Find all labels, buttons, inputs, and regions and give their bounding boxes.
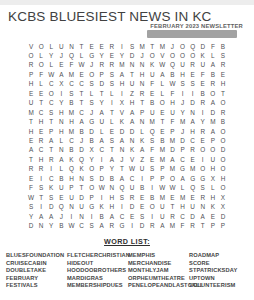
grid-cell: T [218,89,228,98]
word-list-item: MEMPHIS [128,252,189,260]
grid-cell: Y [198,118,208,127]
grid-cell: B [198,89,208,98]
grid-cell: E [147,155,157,164]
grid-cell: N [137,80,147,89]
grid-cell: C [97,146,107,155]
grid-cell: M [157,146,167,155]
grid-cell: S [107,70,117,79]
grid-cell: C [46,174,56,183]
grid-cell: R [198,127,208,136]
grid-cell: C [127,174,137,183]
grid-cell: J [137,51,147,60]
grid-cell: R [137,89,147,98]
grid-cell: O [36,42,46,51]
grid-cell: R [107,61,117,70]
grid-cell: S [36,184,46,193]
grid-cell: H [56,127,66,136]
grid-cell: B [147,193,157,202]
grid-cell: Y [26,212,36,221]
grid-cell: U [188,203,198,212]
grid-cell: C [66,80,76,89]
grid-cell: S [198,184,208,193]
grid-cell: R [107,42,117,51]
grid-cell: H [208,165,218,174]
subtitle-divider-bar [147,30,237,38]
grid-cell: U [198,61,208,70]
grid-cell: C [77,108,87,117]
grid-cell: C [77,80,87,89]
grid-cell: P [87,193,97,202]
grid-cell: O [198,146,208,155]
grid-cell: R [36,165,46,174]
grid-cell: O [87,184,97,193]
grid-cell: S [46,193,56,202]
grid-cell: M [66,108,76,117]
grid-cell: P [97,70,107,79]
grid-cell: Y [87,155,97,164]
letter-grid: VOLUNTEERISMTMJOQDFBOLYJQLGYEYDJOVOOOKLS… [26,42,228,231]
grid-cell: P [97,165,107,174]
grid-cell: M [137,42,147,51]
grid-cell: F [147,80,157,89]
grid-cell: U [137,165,147,174]
grid-cell: B [147,99,157,108]
grid-cell: R [188,146,198,155]
word-list-item: VOLUNTEERISM [189,282,237,290]
grid-cell: Z [127,89,137,98]
grid-cell: E [137,203,147,212]
grid-cell: X [218,193,228,202]
grid-cell: A [157,222,167,231]
grid-cell: C [36,146,46,155]
grid-cell: I [97,193,107,202]
grid-cell: K [198,51,208,60]
grid-cell: H [127,99,137,108]
grid-cell: S [87,80,97,89]
grid-cell: B [218,118,228,127]
grid-cell: Q [56,203,66,212]
grid-cell: H [26,80,36,89]
grid-cell: E [167,193,177,202]
grid-cell: T [147,42,157,51]
grid-cell: A [127,118,137,127]
grid-cell: O [147,51,157,60]
word-list-column: BLUESFOUNDATIONCRUISECABINDOUBLETAKEFEBR… [6,252,67,290]
grid-cell: A [167,155,177,164]
grid-cell: V [117,108,127,117]
grid-cell: L [157,80,167,89]
grid-cell: T [107,146,117,155]
grid-cell: T [77,184,87,193]
grid-cell: R [198,193,208,202]
grid-cell: O [157,99,167,108]
grid-cell: F [167,118,177,127]
grid-cell: H [36,118,46,127]
grid-cell: A [26,146,36,155]
word-list-item: HIDEOUT [67,260,128,268]
grid-cell: L [46,61,56,70]
grid-cell: R [188,222,198,231]
grid-cell: E [137,193,147,202]
grid-cell: R [127,193,137,202]
grid-cell: P [157,174,167,183]
grid-cell: B [157,136,167,145]
grid-cell: I [137,174,147,183]
grid-cell: I [117,89,127,98]
grid-cell: C [36,108,46,117]
grid-cell: S [117,193,127,202]
grid-cell: D [208,108,218,117]
grid-cell: N [66,203,76,212]
grid-cell: H [66,118,76,127]
grid-cell: M [167,136,177,145]
grid-cell: F [66,61,76,70]
grid-cell: E [218,70,228,79]
word-list: BLUESFOUNDATIONCRUISECABINDOUBLETAKEFEBR… [6,252,252,290]
grid-cell: B [208,70,218,79]
grid-cell: F [178,222,188,231]
word-list-item: UPTOWN [189,275,237,283]
grid-cell: D [218,146,228,155]
grid-cell: N [127,136,137,145]
grid-cell: P [157,165,167,174]
grid-cell: L [97,127,107,136]
grid-cell: Q [77,155,87,164]
grid-cell: Z [137,155,147,164]
grid-cell: E [107,51,117,60]
grid-cell: B [87,136,97,145]
grid-cell: H [178,203,188,212]
grid-cell: O [167,174,177,183]
grid-cell: J [117,155,127,164]
grid-cell: O [218,99,228,108]
word-list-item: MEMBERSHIPDUES [67,282,128,290]
grid-cell: L [77,51,87,60]
grid-cell: S [137,212,147,221]
grid-cell: U [208,155,218,164]
grid-cell: M [26,108,36,117]
grid-cell: M [157,42,167,51]
grid-cell: P [218,222,228,231]
word-list-column: FLETCHERCHRISTIANHIDEOUTHOODOOBROTHERSMA… [67,252,128,290]
grid-cell: H [188,127,198,136]
grid-cell: W [127,165,137,174]
grid-cell: N [66,42,76,51]
grid-cell: A [208,61,218,70]
grid-cell: M [157,155,167,164]
grid-cell: L [87,89,97,98]
word-list-item: HOODOOBROTHERS [67,267,128,275]
grid-cell: E [188,193,198,202]
grid-cell: Q [66,165,76,174]
grid-cell: G [117,222,127,231]
grid-cell: U [127,184,137,193]
grid-cell: E [127,212,137,221]
grid-cell: A [56,155,66,164]
word-list-item: DOUBLETAKE [6,267,67,275]
grid-cell: U [66,193,76,202]
grid-cell: C [66,136,76,145]
grid-cell: S [107,80,117,89]
grid-cell: D [198,42,208,51]
grid-cell: T [36,99,46,108]
grid-cell: B [218,42,228,51]
grid-cell: P [26,70,36,79]
grid-cell: E [56,61,66,70]
grid-cell: H [137,70,147,79]
grid-cell: G [198,174,208,183]
grid-cell: E [36,89,46,98]
grid-cell: L [36,51,46,60]
grid-cell: W [46,70,56,79]
grid-cell: C [188,136,198,145]
grid-cell: N [117,146,127,155]
grid-cell: O [208,89,218,98]
grid-cell: I [107,99,117,108]
grid-cell: T [77,99,87,108]
grid-cell: L [56,136,66,145]
grid-cell: A [77,118,87,127]
grid-cell: E [157,108,167,117]
grid-cell: X [218,203,228,212]
grid-cell: O [218,165,228,174]
grid-cell: L [208,184,218,193]
grid-cell: K [77,165,87,174]
grid-cell: N [56,118,66,127]
grid-cell: U [178,61,188,70]
grid-cell: Q [147,127,157,136]
grid-cell: Q [188,42,198,51]
grid-cell: F [167,89,177,98]
grid-cell: A [36,212,46,221]
grid-cell: J [87,108,97,117]
grid-cell: A [46,136,56,145]
grid-cell: B [56,174,66,183]
grid-cell: M [178,193,188,202]
grid-cell: M [66,70,76,79]
word-list-item: CRUISECABIN [6,260,67,268]
grid-cell: A [97,136,107,145]
grid-cell: E [147,89,157,98]
grid-cell: R [26,61,36,70]
grid-cell: J [77,136,87,145]
grid-cell: D [117,127,127,136]
grid-cell: D [87,127,97,136]
grid-cell: E [36,127,46,136]
grid-cell: R [147,222,157,231]
grid-cell: I [117,42,127,51]
grid-cell: P [167,127,177,136]
grid-cell: B [137,184,147,193]
grid-cell: H [218,174,228,183]
grid-cell: S [87,174,97,183]
grid-cell: C [77,222,87,231]
grid-cell: L [157,89,167,98]
grid-cell: B [77,127,87,136]
grid-cell: I [198,155,208,164]
grid-cell: K [97,203,107,212]
grid-cell: G [87,118,97,127]
grid-cell: S [26,203,36,212]
grid-cell: J [167,42,177,51]
grid-cell: U [77,203,87,212]
grid-cell: M [117,61,127,70]
grid-cell: Q [117,184,127,193]
grid-cell: R [46,155,56,164]
grid-cell: A [208,99,218,108]
word-list-item: MONTHLYJAM [128,267,189,275]
grid-cell: G [188,174,198,183]
grid-cell: S [178,80,188,89]
grid-cell: O [218,155,228,164]
grid-cell: I [147,212,157,221]
grid-cell: E [26,174,36,183]
grid-cell: T [167,203,177,212]
grid-cell: J [178,99,188,108]
grid-cell: Y [97,99,107,108]
grid-cell: T [46,146,56,155]
grid-cell: Y [178,108,188,117]
grid-cell: B [167,70,177,79]
grid-cell: U [157,203,167,212]
grid-cell: L [46,42,56,51]
grid-cell: D [97,174,107,183]
grid-cell: A [157,70,167,79]
grid-cell: M [147,118,157,127]
grid-cell: A [56,70,66,79]
grid-cell: J [56,51,66,60]
grid-cell: O [87,70,97,79]
grid-cell: N [56,146,66,155]
grid-cell: V [26,42,36,51]
grid-cell: D [188,212,198,221]
grid-cell: S [218,51,228,60]
word-list-item: MERCHANDISE [128,260,189,268]
grid-cell: P [137,108,147,117]
grid-cell: U [167,108,177,117]
grid-cell: B [56,222,66,231]
page-top-strip [0,0,254,5]
grid-cell: E [208,212,218,221]
grid-cell: U [56,184,66,193]
grid-cell: M [167,222,177,231]
grid-cell: O [147,203,157,212]
grid-cell: S [147,136,157,145]
grid-cell: A [188,118,198,127]
grid-cell: X [56,80,66,89]
grid-cell: Q [66,51,76,60]
word-list-item: FLETCHERCHRISTIAN [67,252,128,260]
grid-cell: S [188,80,198,89]
grid-cell: T [77,42,87,51]
grid-cell: U [97,118,107,127]
grid-cell: W [77,61,87,70]
newsletter-subtitle: FEBRUARY 2023 NEWSLETTER [150,23,243,29]
grid-cell: W [157,61,167,70]
grid-cell: Y [46,51,56,60]
grid-cell: A [127,108,137,117]
grid-cell: D [46,203,56,212]
grid-cell: I [127,222,137,231]
grid-cell: P [208,136,218,145]
grid-cell: C [178,212,188,221]
grid-cell: K [208,203,218,212]
grid-cell: R [208,80,218,89]
word-list-item: ROADMAP [189,252,237,260]
grid-cell: N [198,203,208,212]
grid-cell: E [198,136,208,145]
grid-cell: I [188,89,198,98]
grid-cell: E [188,155,198,164]
grid-cell: N [36,222,46,231]
grid-cell: A [117,136,127,145]
word-list-item: FEBRUARY [6,275,67,283]
grid-cell: R [198,99,208,108]
grid-cell: O [218,184,228,193]
grid-cell: D [127,127,137,136]
word-list-item: MARDIGRAS [67,275,128,283]
grid-cell: U [56,42,66,51]
grid-cell: Y [46,222,56,231]
grid-cell: S [87,222,97,231]
grid-cell: C [46,80,56,89]
grid-cell: F [26,184,36,193]
grid-cell: O [36,61,46,70]
grid-cell: A [107,155,117,164]
grid-cell: A [117,174,127,183]
grid-cell: S [66,89,76,98]
grid-cell: U [127,80,137,89]
grid-cell: L [107,118,117,127]
grid-cell: D [137,222,147,231]
grid-cell: K [46,184,56,193]
grid-cell: B [107,174,117,183]
grid-cell: O [26,51,36,60]
grid-cell: J [178,127,188,136]
grid-cell: W [26,193,36,202]
grid-cell: W [97,184,107,193]
grid-cell: E [157,127,167,136]
grid-cell: I [36,203,46,212]
grid-cell: D [127,203,137,212]
grid-cell: N [127,61,137,70]
grid-cell: K [127,146,137,155]
grid-cell: I [198,108,208,117]
grid-cell: N [77,212,87,221]
grid-cell: T [97,89,107,98]
grid-cell: B [66,99,76,108]
grid-cell: H [56,108,66,117]
grid-cell: V [127,155,137,164]
grid-cell: M [178,118,188,127]
grid-cell: T [117,165,127,174]
grid-cell: D [178,136,188,145]
grid-cell: E [26,89,36,98]
grid-cell: H [66,174,76,183]
grid-cell: D [26,222,36,231]
word-list-item: PENELOPEANDLASTCALL [128,282,189,290]
grid-cell: R [218,108,228,117]
grid-cell: I [36,174,46,183]
grid-cell: T [36,193,46,202]
grid-cell: H [107,203,117,212]
grid-cell: F [147,146,157,155]
grid-cell: O [208,146,218,155]
grid-cell: S [147,165,157,174]
grid-cell: D [77,193,87,202]
grid-cell: L [36,80,46,89]
grid-cell: R [36,136,46,145]
